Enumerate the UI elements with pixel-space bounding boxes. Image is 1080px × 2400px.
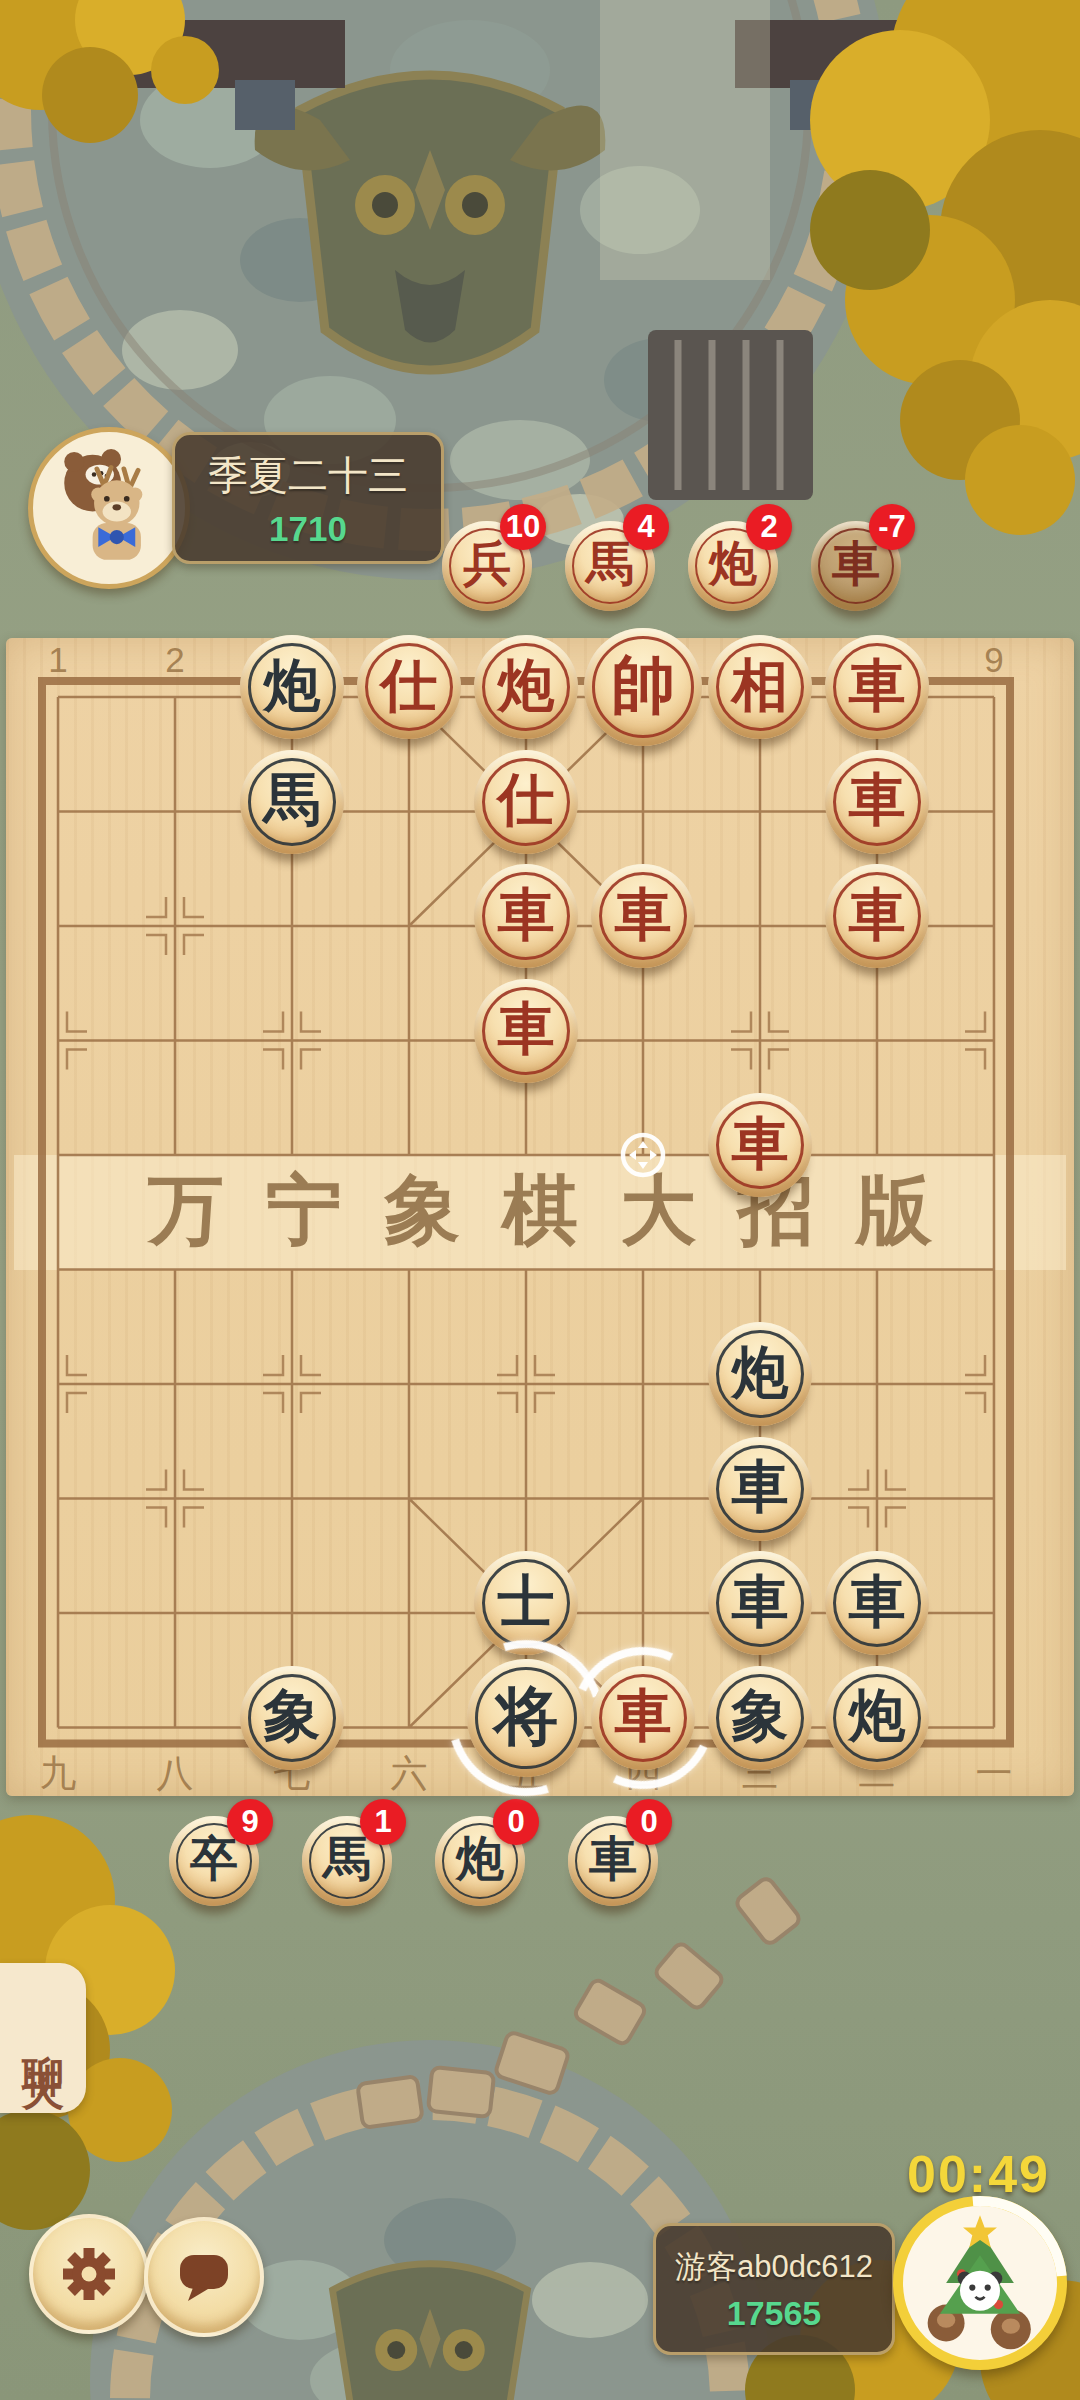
piece-character: 卒 bbox=[190, 1835, 238, 1883]
captured-count-badge: 9 bbox=[227, 1799, 273, 1845]
file-label-bottom: 六 bbox=[391, 1749, 428, 1799]
piece-character: 兵 bbox=[463, 540, 511, 588]
file-label-top: 9 bbox=[984, 640, 1003, 680]
piece-black-炮[interactable]: 炮 bbox=[708, 1322, 812, 1426]
bronze-mask-ornament-bottom bbox=[333, 2264, 528, 2400]
piece-black-車[interactable]: 車 bbox=[708, 1551, 812, 1655]
piece-character: 車 bbox=[589, 1835, 637, 1883]
deer-bear-avatar-art bbox=[33, 432, 175, 574]
tree-top-right bbox=[810, 0, 1080, 535]
piece-red-仕[interactable]: 仕 bbox=[474, 750, 578, 854]
piece-character: 車 bbox=[732, 1115, 789, 1172]
move-target-reticle[interactable] bbox=[619, 1131, 667, 1183]
piece-character: 炮 bbox=[264, 657, 321, 714]
piece-character: 仕 bbox=[381, 657, 438, 714]
piece-character: 車 bbox=[849, 1573, 906, 1630]
piece-red-車[interactable]: 車 bbox=[591, 1666, 695, 1770]
file-label-top: 2 bbox=[165, 640, 184, 680]
captured-count-badge: 1 bbox=[360, 1799, 406, 1845]
captured-count-badge: 2 bbox=[746, 504, 792, 550]
piece-character: 仕 bbox=[498, 771, 555, 828]
file-label-top: 1 bbox=[48, 640, 67, 680]
piece-character: 炮 bbox=[709, 540, 757, 588]
piece-character: 車 bbox=[832, 540, 880, 588]
piece-red-仕[interactable]: 仕 bbox=[357, 635, 461, 739]
piece-character: 馬 bbox=[586, 540, 634, 588]
piece-black-馬[interactable]: 馬 bbox=[240, 750, 344, 854]
piece-black-炮[interactable]: 炮 bbox=[825, 1666, 929, 1770]
piece-red-車[interactable]: 車 bbox=[474, 864, 578, 968]
move-timer: 00:49 bbox=[870, 2144, 1050, 2204]
piece-black-炮[interactable]: 炮 bbox=[240, 635, 344, 739]
christmas-tree-bear-avatar-art bbox=[903, 2206, 1057, 2360]
piece-character: 士 bbox=[498, 1573, 555, 1630]
piece-character: 炮 bbox=[732, 1344, 789, 1401]
xiangqi-board[interactable]: 123456789 九八七六五四三二一 万宁象棋大招版 炮仕炮帥相車馬仕車車車車… bbox=[6, 638, 1074, 1796]
piece-black-象[interactable]: 象 bbox=[708, 1666, 812, 1770]
file-label-bottom: 八 bbox=[157, 1749, 194, 1799]
piece-black-将[interactable]: 将 bbox=[467, 1659, 585, 1777]
player-avatar[interactable] bbox=[893, 2196, 1067, 2370]
piece-character: 象 bbox=[264, 1687, 321, 1744]
opponent-rating: 1710 bbox=[269, 509, 347, 549]
captured-count-badge: -7 bbox=[869, 504, 915, 550]
app-watermark: 万宁象棋大招版 bbox=[6, 1160, 1074, 1263]
player-name: 游客ab0dc612 bbox=[675, 2246, 873, 2288]
file-label-bottom: 九 bbox=[40, 1749, 77, 1799]
piece-character: 車 bbox=[849, 771, 906, 828]
piece-red-帥[interactable]: 帥 bbox=[584, 628, 702, 746]
settings-button[interactable] bbox=[29, 2214, 149, 2334]
file-label-bottom: 一 bbox=[976, 1749, 1013, 1799]
chat-bubble-button[interactable] bbox=[144, 2217, 264, 2337]
opponent-plate: 季夏二十三 1710 bbox=[172, 432, 444, 564]
piece-character: 車 bbox=[498, 886, 555, 943]
piece-character: 馬 bbox=[323, 1835, 371, 1883]
piece-character: 炮 bbox=[849, 1687, 906, 1744]
piece-red-相[interactable]: 相 bbox=[708, 635, 812, 739]
captured-count-badge: 0 bbox=[493, 1799, 539, 1845]
piece-character: 象 bbox=[732, 1687, 789, 1744]
chat-tab-button[interactable]: 聊天 bbox=[0, 1963, 86, 2113]
piece-character: 車 bbox=[849, 657, 906, 714]
opponent-name: 季夏二十三 bbox=[208, 448, 408, 503]
piece-character: 車 bbox=[732, 1458, 789, 1515]
piece-red-車[interactable]: 車 bbox=[591, 864, 695, 968]
piece-red-車[interactable]: 車 bbox=[474, 979, 578, 1083]
piece-black-車[interactable]: 車 bbox=[825, 1551, 929, 1655]
piece-red-車[interactable]: 車 bbox=[825, 864, 929, 968]
piece-black-車[interactable]: 車 bbox=[708, 1437, 812, 1541]
piece-character: 帥 bbox=[611, 653, 675, 717]
piece-character: 車 bbox=[849, 886, 906, 943]
gear-icon bbox=[57, 2242, 121, 2306]
piece-red-車[interactable]: 車 bbox=[825, 750, 929, 854]
piece-red-車[interactable]: 車 bbox=[825, 635, 929, 739]
opponent-avatar[interactable] bbox=[28, 427, 190, 589]
piece-character: 相 bbox=[732, 657, 789, 714]
piece-red-車[interactable]: 車 bbox=[708, 1093, 812, 1197]
chat-bubble-icon bbox=[172, 2245, 236, 2309]
player-rating: 17565 bbox=[727, 2294, 822, 2333]
piece-black-象[interactable]: 象 bbox=[240, 1666, 344, 1770]
captured-count-badge: 4 bbox=[623, 504, 669, 550]
tree-top-left bbox=[0, 0, 219, 143]
piece-character: 車 bbox=[732, 1573, 789, 1630]
piece-character: 馬 bbox=[264, 771, 321, 828]
piece-character: 車 bbox=[615, 886, 672, 943]
piece-character: 炮 bbox=[456, 1835, 504, 1883]
bronze-mask-ornament bbox=[255, 75, 606, 370]
player-plate: 游客ab0dc612 17565 bbox=[653, 2223, 895, 2355]
captured-count-badge: 10 bbox=[500, 504, 546, 550]
piece-character: 炮 bbox=[498, 657, 555, 714]
piece-character: 車 bbox=[498, 1000, 555, 1057]
captured-count-badge: 0 bbox=[626, 1799, 672, 1845]
piece-red-炮[interactable]: 炮 bbox=[474, 635, 578, 739]
